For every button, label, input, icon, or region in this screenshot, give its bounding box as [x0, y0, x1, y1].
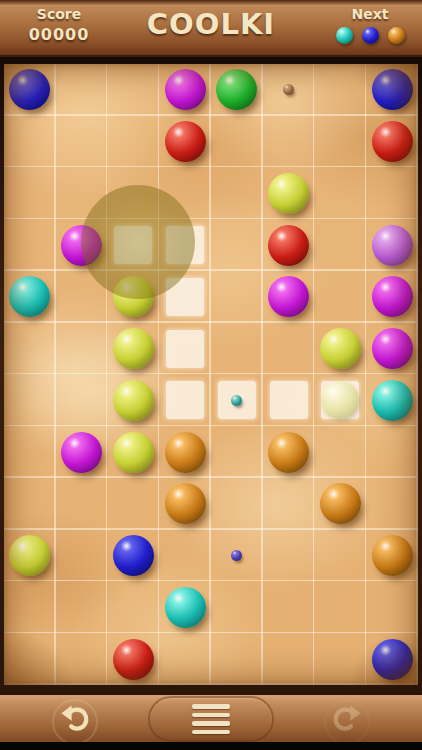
orange-ball[interactable]: [268, 432, 309, 473]
violet-ball[interactable]: [372, 225, 413, 266]
cell-r4c8[interactable]: [366, 219, 418, 271]
bottom-black-strip: [0, 742, 422, 750]
undo-icon: [58, 703, 92, 741]
cell-r6c3[interactable]: [108, 323, 160, 375]
red-ball[interactable]: [372, 121, 413, 162]
cell-r6c7[interactable]: [315, 323, 367, 375]
cell-r11c4[interactable]: [159, 582, 211, 634]
cell-r6c4[interactable]: [159, 323, 211, 375]
yellow-ball[interactable]: [268, 173, 309, 214]
next-ball-cyan: [336, 27, 353, 44]
yellow-ball[interactable]: [113, 380, 154, 421]
redo-icon: [330, 703, 364, 741]
next-label: Next: [330, 4, 410, 24]
cell-r10c3[interactable]: [108, 530, 160, 582]
next-block: Next: [330, 4, 410, 44]
cell-r7c5[interactable]: [211, 375, 263, 427]
cyan-ball[interactable]: [165, 587, 206, 628]
path-square: [270, 381, 308, 419]
cell-r5c6[interactable]: [263, 271, 315, 323]
magenta-ball[interactable]: [61, 432, 102, 473]
blue-ball[interactable]: [9, 69, 50, 110]
magenta-ball[interactable]: [372, 328, 413, 369]
red-ball[interactable]: [268, 225, 309, 266]
yellow-ball[interactable]: [113, 432, 154, 473]
cell-r9c4[interactable]: [159, 478, 211, 530]
orange-ball[interactable]: [372, 535, 413, 576]
cell-r12c3[interactable]: [108, 633, 160, 685]
cell-r7c4[interactable]: [159, 375, 211, 427]
yellow-ball[interactable]: [113, 328, 154, 369]
cyan-ball[interactable]: [372, 380, 413, 421]
violet-dot: [231, 550, 242, 561]
cell-r3c6[interactable]: [263, 168, 315, 220]
orange-ball[interactable]: [165, 483, 206, 524]
red-ball[interactable]: [165, 121, 206, 162]
toolbar: [0, 695, 422, 750]
cell-r8c4[interactable]: [159, 426, 211, 478]
cell-r1c8[interactable]: [366, 64, 418, 116]
yellow-ball[interactable]: [9, 535, 50, 576]
cell-r6c8[interactable]: [366, 323, 418, 375]
cell-r4c6[interactable]: [263, 219, 315, 271]
cell-r8c6[interactable]: [263, 426, 315, 478]
cell-r10c8[interactable]: [366, 530, 418, 582]
cell-r7c8[interactable]: [366, 375, 418, 427]
touch-highlight-circle: [81, 185, 195, 299]
cell-r7c7[interactable]: [315, 375, 367, 427]
cell-r1c6[interactable]: [263, 64, 315, 116]
cell-r10c1[interactable]: [4, 530, 56, 582]
menu-button[interactable]: [148, 696, 274, 742]
path-square: [166, 330, 204, 368]
orange-dot: [283, 84, 294, 95]
menu-icon: [192, 704, 230, 734]
header-bar: Score 00000 COOLKI Next: [0, 0, 422, 57]
game-board[interactable]: [4, 64, 418, 685]
path-square: [166, 381, 204, 419]
orange-ball[interactable]: [165, 432, 206, 473]
magenta-ball[interactable]: [268, 276, 309, 317]
cell-r8c2[interactable]: [56, 426, 108, 478]
green-ball[interactable]: [216, 69, 257, 110]
yellow-ball[interactable]: [320, 328, 361, 369]
cell-r1c4[interactable]: [159, 64, 211, 116]
magenta-ball[interactable]: [372, 276, 413, 317]
cell-r8c3[interactable]: [108, 426, 160, 478]
redo-button[interactable]: [324, 699, 370, 745]
orange-ball[interactable]: [320, 483, 361, 524]
board-grid[interactable]: [4, 64, 418, 685]
cell-r2c8[interactable]: [366, 116, 418, 168]
blue-ball[interactable]: [372, 639, 413, 680]
cell-r10c5[interactable]: [211, 530, 263, 582]
cell-r7c6[interactable]: [263, 375, 315, 427]
cell-r2c4[interactable]: [159, 116, 211, 168]
cyan-ball[interactable]: [9, 276, 50, 317]
app-window: Score 00000 COOLKI Next: [0, 0, 422, 750]
cell-r12c8[interactable]: [366, 633, 418, 685]
cell-r5c8[interactable]: [366, 271, 418, 323]
next-balls: [330, 27, 410, 44]
cell-r1c5[interactable]: [211, 64, 263, 116]
cell-r7c3[interactable]: [108, 375, 160, 427]
board-frame: [0, 57, 422, 695]
next-ball-blue: [362, 27, 379, 44]
cell-r5c1[interactable]: [4, 271, 56, 323]
next-ball-orange: [388, 27, 405, 44]
red-ball[interactable]: [113, 639, 154, 680]
cell-r1c1[interactable]: [4, 64, 56, 116]
cell-r9c7[interactable]: [315, 478, 367, 530]
blue-ball[interactable]: [372, 69, 413, 110]
magenta-ball[interactable]: [165, 69, 206, 110]
undo-button[interactable]: [52, 699, 98, 745]
blue-ball[interactable]: [113, 535, 154, 576]
